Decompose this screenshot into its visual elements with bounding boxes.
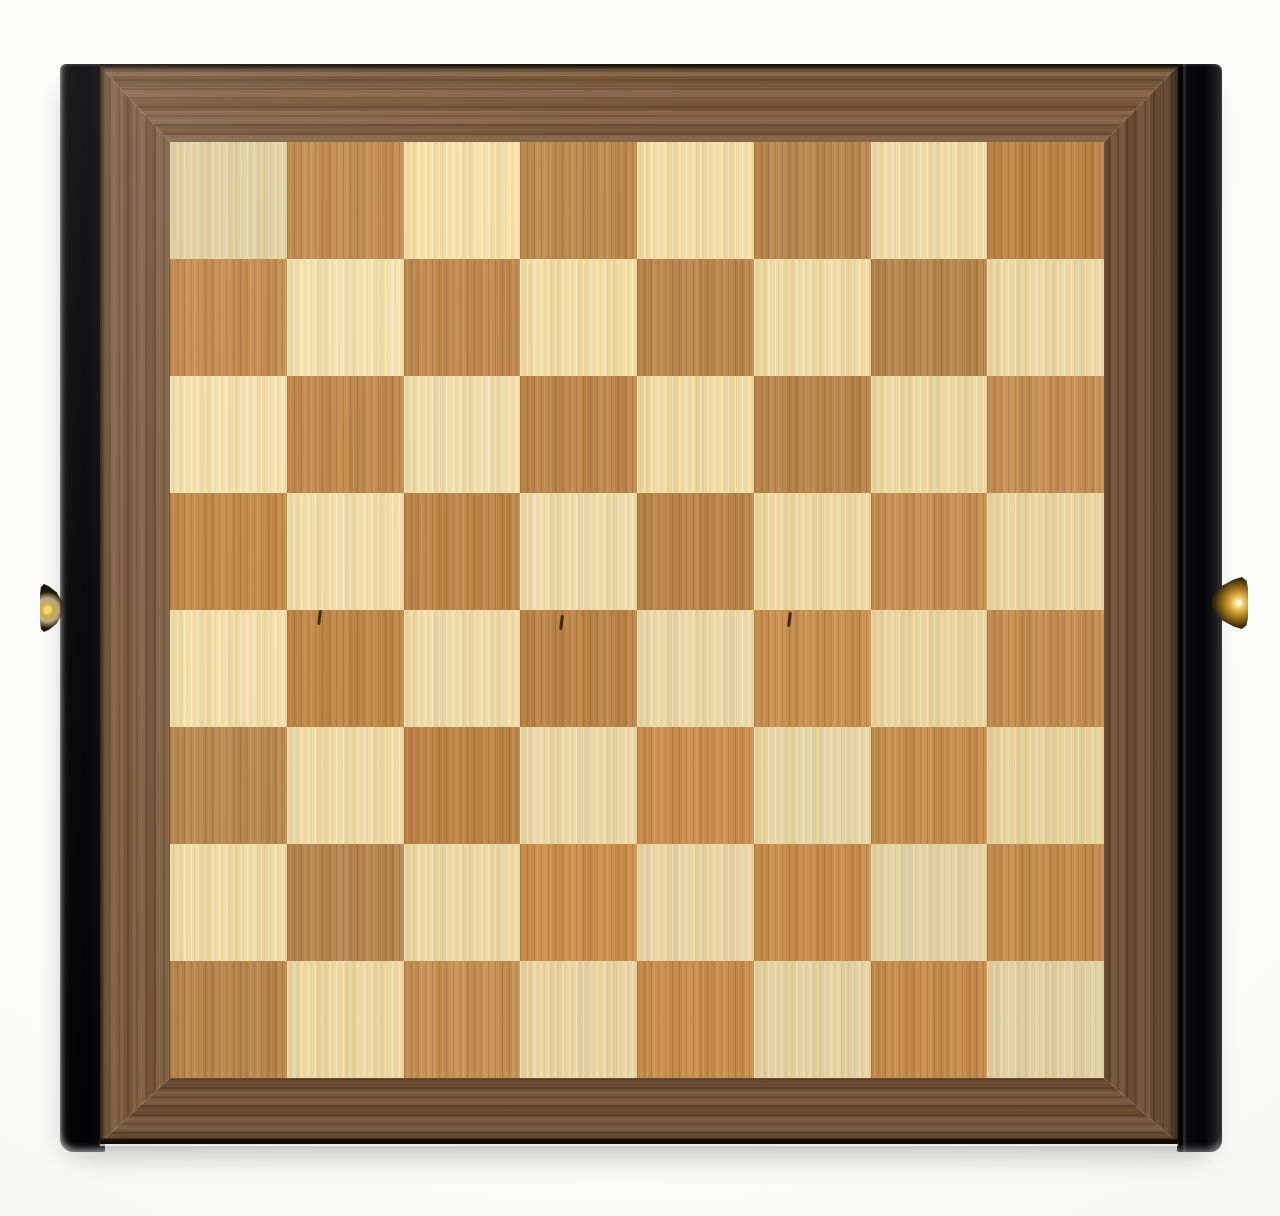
square-g8[interactable] (871, 142, 988, 259)
square-b5[interactable] (287, 493, 404, 610)
square-a3[interactable] (170, 727, 287, 844)
square-e3[interactable] (637, 727, 754, 844)
square-f2[interactable] (754, 844, 871, 961)
square-d1[interactable] (520, 961, 637, 1078)
square-g3[interactable] (871, 727, 988, 844)
square-c3[interactable] (404, 727, 521, 844)
square-b7[interactable] (287, 259, 404, 376)
square-a7[interactable] (170, 259, 287, 376)
square-c6[interactable] (404, 376, 521, 493)
square-c5[interactable] (404, 493, 521, 610)
square-g5[interactable] (871, 493, 988, 610)
square-e7[interactable] (637, 259, 754, 376)
square-a1[interactable] (170, 961, 287, 1078)
square-h1[interactable] (987, 961, 1104, 1078)
square-b3[interactable] (287, 727, 404, 844)
square-b2[interactable] (287, 844, 404, 961)
square-f4[interactable] (754, 610, 871, 727)
square-c7[interactable] (404, 259, 521, 376)
square-h2[interactable] (987, 844, 1104, 961)
square-h4[interactable] (987, 610, 1104, 727)
square-d8[interactable] (520, 142, 637, 259)
square-a6[interactable] (170, 376, 287, 493)
square-h7[interactable] (987, 259, 1104, 376)
square-e4[interactable] (637, 610, 754, 727)
square-a5[interactable] (170, 493, 287, 610)
square-a2[interactable] (170, 844, 287, 961)
square-h8[interactable] (987, 142, 1104, 259)
lacquer-edge-left (60, 64, 105, 1152)
photo-background (0, 0, 1280, 1216)
square-f6[interactable] (754, 376, 871, 493)
square-d6[interactable] (520, 376, 637, 493)
square-d5[interactable] (520, 493, 637, 610)
square-c2[interactable] (404, 844, 521, 961)
square-e2[interactable] (637, 844, 754, 961)
square-e5[interactable] (637, 493, 754, 610)
chess-board (170, 142, 1104, 1078)
square-g4[interactable] (871, 610, 988, 727)
square-a8[interactable] (170, 142, 287, 259)
square-b6[interactable] (287, 376, 404, 493)
square-f5[interactable] (754, 493, 871, 610)
square-g2[interactable] (871, 844, 988, 961)
square-b4[interactable] (287, 610, 404, 727)
square-c4[interactable] (404, 610, 521, 727)
square-d4[interactable] (520, 610, 637, 727)
square-b1[interactable] (287, 961, 404, 1078)
square-g1[interactable] (871, 961, 988, 1078)
square-h3[interactable] (987, 727, 1104, 844)
square-f3[interactable] (754, 727, 871, 844)
square-f1[interactable] (754, 961, 871, 1078)
square-f7[interactable] (754, 259, 871, 376)
square-d2[interactable] (520, 844, 637, 961)
square-d3[interactable] (520, 727, 637, 844)
square-b8[interactable] (287, 142, 404, 259)
square-c8[interactable] (404, 142, 521, 259)
square-e8[interactable] (637, 142, 754, 259)
square-h6[interactable] (987, 376, 1104, 493)
square-e1[interactable] (637, 961, 754, 1078)
square-a4[interactable] (170, 610, 287, 727)
square-g7[interactable] (871, 259, 988, 376)
square-c1[interactable] (404, 961, 521, 1078)
square-h5[interactable] (987, 493, 1104, 610)
square-d7[interactable] (520, 259, 637, 376)
square-f8[interactable] (754, 142, 871, 259)
square-e6[interactable] (637, 376, 754, 493)
square-g6[interactable] (871, 376, 988, 493)
